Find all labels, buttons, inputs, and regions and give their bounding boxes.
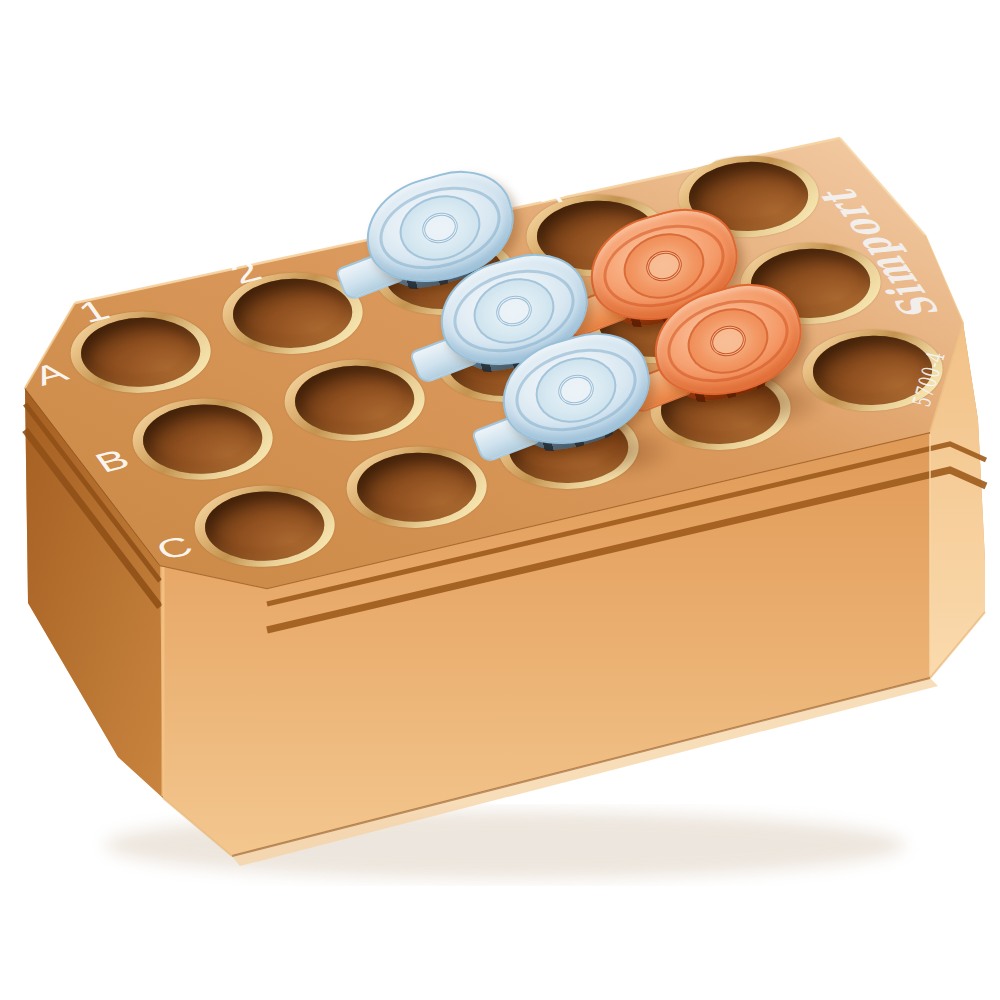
well-B1[interactable]	[111, 385, 294, 492]
well-C1-hole	[186, 480, 341, 571]
column-label-5: 5	[678, 137, 724, 173]
column-label-2: 2	[222, 254, 268, 290]
product-photo-scene: 1 2 3 4 5 A B C Simport 5700-4	[0, 0, 1000, 1000]
well-B2-hole	[276, 354, 431, 445]
well-C1[interactable]	[173, 472, 356, 579]
row-label-A: A	[26, 356, 74, 391]
row-label-B: B	[88, 443, 136, 478]
well-B1-hole	[124, 393, 279, 484]
column-label-4: 4	[526, 176, 572, 212]
well-C2-hole	[338, 441, 493, 532]
column-label-1: 1	[70, 293, 116, 329]
cap-logo-dot	[419, 209, 462, 248]
cap-logo-dot	[555, 371, 598, 410]
row-label-C: C	[149, 530, 200, 566]
well-A1[interactable]	[49, 298, 232, 405]
cap-logo-dot	[493, 292, 536, 331]
cap-logo-dot	[643, 247, 686, 286]
cap-logo-dot	[707, 322, 750, 361]
